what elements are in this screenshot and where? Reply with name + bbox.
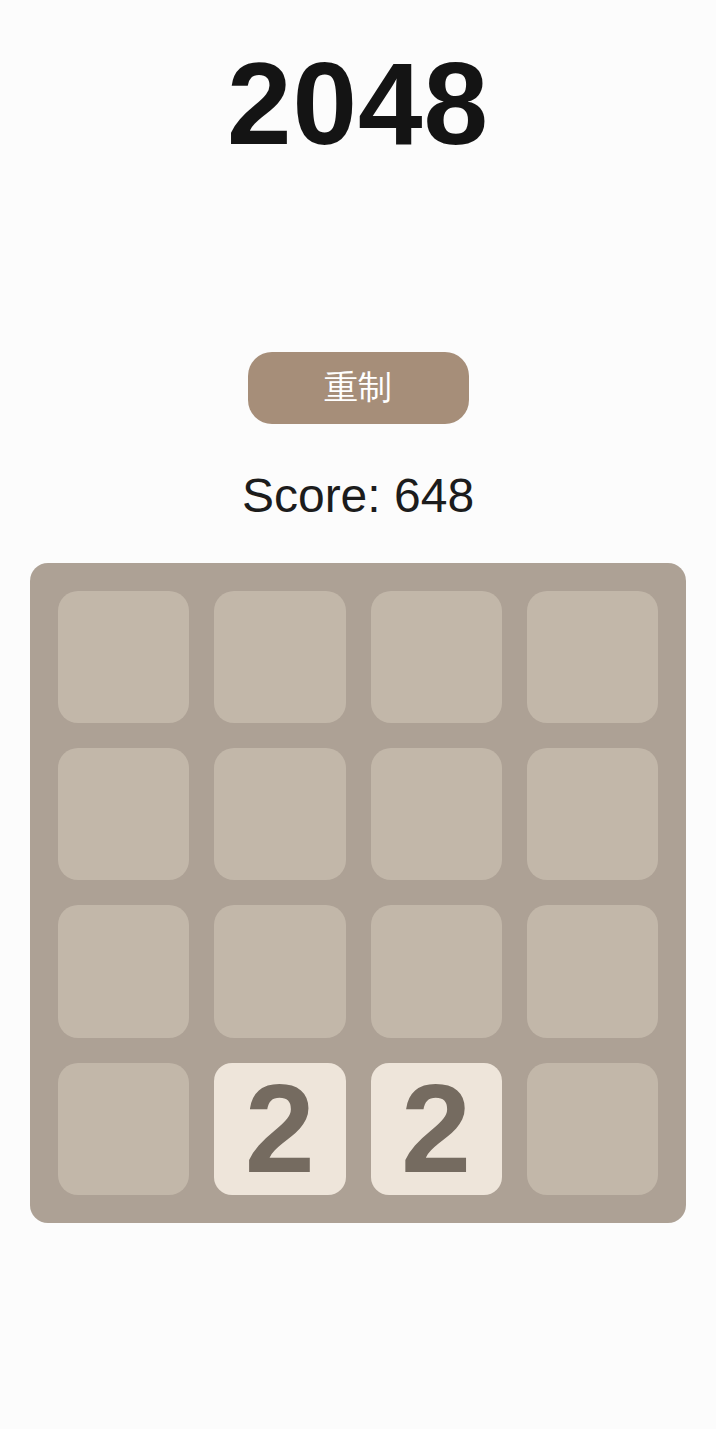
reset-button-label: 重制	[324, 365, 392, 411]
empty-cell	[527, 905, 658, 1037]
empty-cell	[58, 905, 189, 1037]
empty-cell	[214, 591, 345, 723]
board-grid: 22	[58, 591, 658, 1195]
empty-cell	[58, 591, 189, 723]
game-title: 2048	[227, 46, 489, 162]
reset-button[interactable]: 重制	[248, 352, 469, 424]
empty-cell	[371, 905, 502, 1037]
empty-cell	[371, 748, 502, 880]
empty-cell	[527, 591, 658, 723]
empty-cell	[214, 905, 345, 1037]
score-text: Score: 648	[242, 468, 474, 523]
empty-cell	[371, 591, 502, 723]
empty-cell	[58, 1063, 189, 1195]
empty-cell	[214, 748, 345, 880]
empty-cell	[527, 1063, 658, 1195]
empty-cell	[58, 748, 189, 880]
tile-2: 2	[214, 1063, 345, 1195]
tile-2: 2	[371, 1063, 502, 1195]
game-board[interactable]: 22	[30, 563, 686, 1223]
empty-cell	[527, 748, 658, 880]
